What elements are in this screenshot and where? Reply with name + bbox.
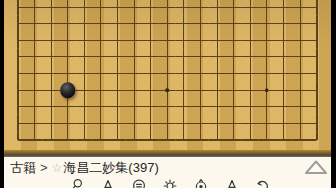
intersection[interactable] bbox=[192, 132, 209, 149]
intersection[interactable] bbox=[176, 115, 193, 132]
intersection[interactable] bbox=[76, 49, 93, 66]
intersection[interactable] bbox=[43, 132, 60, 149]
intersection[interactable] bbox=[59, 115, 76, 132]
intersection[interactable] bbox=[76, 115, 93, 132]
intersection[interactable] bbox=[308, 65, 325, 82]
intersection[interactable] bbox=[26, 98, 43, 115]
intersection[interactable] bbox=[308, 82, 325, 99]
intersection[interactable] bbox=[43, 49, 60, 66]
intersection[interactable] bbox=[109, 82, 126, 99]
breadcrumb-category[interactable]: 古籍 bbox=[10, 160, 36, 175]
intersection[interactable] bbox=[126, 49, 143, 66]
intersection[interactable] bbox=[292, 16, 309, 33]
intersection[interactable] bbox=[76, 65, 93, 82]
intersection[interactable] bbox=[225, 115, 242, 132]
intersection[interactable] bbox=[43, 16, 60, 33]
intersection[interactable] bbox=[43, 98, 60, 115]
intersection[interactable] bbox=[10, 115, 27, 132]
intersection[interactable] bbox=[176, 32, 193, 49]
settings-gear-icon[interactable] bbox=[163, 178, 177, 188]
intersection[interactable] bbox=[259, 65, 276, 82]
intersection[interactable] bbox=[93, 49, 110, 66]
intersection[interactable] bbox=[59, 16, 76, 33]
intersection[interactable] bbox=[192, 115, 209, 132]
intersection[interactable] bbox=[159, 98, 176, 115]
intersection[interactable] bbox=[259, 16, 276, 33]
intersection[interactable] bbox=[159, 0, 176, 16]
intersection[interactable] bbox=[275, 98, 292, 115]
intersection[interactable] bbox=[209, 65, 226, 82]
intersection[interactable] bbox=[292, 49, 309, 66]
intersection[interactable] bbox=[93, 16, 110, 33]
search-icon[interactable] bbox=[70, 178, 84, 188]
intersection[interactable] bbox=[242, 132, 259, 149]
intersection[interactable] bbox=[308, 0, 325, 16]
intersection[interactable] bbox=[126, 32, 143, 49]
intersection[interactable] bbox=[159, 132, 176, 149]
intersection[interactable] bbox=[10, 132, 27, 149]
intersection[interactable] bbox=[275, 49, 292, 66]
intersection[interactable] bbox=[76, 98, 93, 115]
intersection[interactable] bbox=[308, 32, 325, 49]
collapse-panel-button[interactable] bbox=[302, 158, 330, 175]
star-point bbox=[166, 88, 170, 92]
intersection[interactable] bbox=[192, 49, 209, 66]
intersection[interactable] bbox=[10, 65, 27, 82]
intersection[interactable] bbox=[26, 32, 43, 49]
intersection[interactable] bbox=[176, 65, 193, 82]
intersection[interactable] bbox=[292, 98, 309, 115]
black-stone bbox=[60, 82, 76, 98]
intersection[interactable] bbox=[259, 49, 276, 66]
intersection[interactable] bbox=[59, 82, 76, 99]
intersection[interactable] bbox=[225, 132, 242, 149]
intersection[interactable] bbox=[43, 115, 60, 132]
intersection[interactable] bbox=[142, 115, 159, 132]
intersection[interactable] bbox=[275, 82, 292, 99]
intersection[interactable] bbox=[26, 115, 43, 132]
intersection[interactable] bbox=[93, 82, 110, 99]
intersection[interactable] bbox=[26, 16, 43, 33]
intersection[interactable] bbox=[126, 65, 143, 82]
intersection[interactable] bbox=[242, 115, 259, 132]
intersection[interactable] bbox=[126, 82, 143, 99]
intersection[interactable] bbox=[176, 82, 193, 99]
intersection[interactable] bbox=[126, 132, 143, 149]
intersection[interactable] bbox=[225, 49, 242, 66]
intersection[interactable] bbox=[259, 32, 276, 49]
intersection[interactable] bbox=[59, 49, 76, 66]
intersection[interactable] bbox=[225, 16, 242, 33]
intersection[interactable] bbox=[159, 16, 176, 33]
intersection[interactable] bbox=[292, 32, 309, 49]
intersection[interactable] bbox=[209, 98, 226, 115]
intersection[interactable] bbox=[308, 115, 325, 132]
breadcrumb-separator: > bbox=[40, 160, 48, 175]
intersection[interactable] bbox=[142, 132, 159, 149]
intersection[interactable] bbox=[308, 98, 325, 115]
intersection[interactable] bbox=[142, 82, 159, 99]
intersection[interactable] bbox=[10, 82, 27, 99]
breadcrumb[interactable]: 古籍>☆海昌二妙集(397) bbox=[10, 159, 159, 176]
intersection[interactable] bbox=[275, 0, 292, 16]
intersection[interactable] bbox=[93, 0, 110, 16]
intersection[interactable] bbox=[159, 65, 176, 82]
intersection[interactable] bbox=[308, 132, 325, 149]
intersection[interactable] bbox=[76, 32, 93, 49]
intersection[interactable] bbox=[126, 16, 143, 33]
intersection[interactable] bbox=[209, 115, 226, 132]
toolbar bbox=[70, 178, 270, 188]
intersection[interactable] bbox=[209, 132, 226, 149]
intersection[interactable] bbox=[76, 0, 93, 16]
intersection[interactable] bbox=[275, 32, 292, 49]
intersection[interactable] bbox=[43, 82, 60, 99]
intersection[interactable] bbox=[59, 98, 76, 115]
intersection[interactable] bbox=[93, 65, 110, 82]
intersection[interactable] bbox=[10, 49, 27, 66]
breadcrumb-title[interactable]: 海昌二妙集(397) bbox=[63, 160, 158, 175]
intersection[interactable] bbox=[192, 98, 209, 115]
intersection[interactable] bbox=[142, 32, 159, 49]
intersection[interactable] bbox=[109, 32, 126, 49]
intersection[interactable] bbox=[292, 115, 309, 132]
intersection[interactable] bbox=[10, 32, 27, 49]
star-point bbox=[265, 88, 269, 92]
intersection[interactable] bbox=[109, 132, 126, 149]
intersection[interactable] bbox=[242, 0, 259, 16]
intersection[interactable] bbox=[259, 0, 276, 16]
intersection[interactable] bbox=[126, 98, 143, 115]
intersection[interactable] bbox=[10, 16, 27, 33]
badge-circle-icon[interactable] bbox=[132, 178, 146, 188]
intersection[interactable] bbox=[209, 16, 226, 33]
intersection[interactable] bbox=[192, 0, 209, 16]
intersection[interactable] bbox=[292, 65, 309, 82]
intersection[interactable] bbox=[292, 82, 309, 99]
intersection[interactable] bbox=[176, 0, 193, 16]
intersection[interactable] bbox=[26, 0, 43, 16]
intersection[interactable] bbox=[93, 132, 110, 149]
intersection[interactable] bbox=[225, 65, 242, 82]
intersection[interactable] bbox=[59, 132, 76, 149]
intersection[interactable] bbox=[259, 132, 276, 149]
intersection[interactable] bbox=[159, 49, 176, 66]
intersection[interactable] bbox=[176, 132, 193, 149]
intersection[interactable] bbox=[225, 82, 242, 99]
undo-arrow-icon[interactable] bbox=[256, 178, 270, 188]
intersection[interactable] bbox=[159, 32, 176, 49]
intersection[interactable] bbox=[192, 16, 209, 33]
intersection[interactable] bbox=[43, 0, 60, 16]
intersection[interactable] bbox=[242, 32, 259, 49]
intersection[interactable] bbox=[209, 32, 226, 49]
intersection[interactable] bbox=[109, 16, 126, 33]
intersection[interactable] bbox=[59, 0, 76, 16]
intersection[interactable] bbox=[59, 65, 76, 82]
intersection[interactable] bbox=[109, 65, 126, 82]
compass-icon[interactable] bbox=[194, 178, 208, 188]
intersection[interactable] bbox=[209, 49, 226, 66]
intersection[interactable] bbox=[26, 82, 43, 99]
intersection[interactable] bbox=[242, 16, 259, 33]
intersection[interactable] bbox=[126, 115, 143, 132]
intersection[interactable] bbox=[192, 65, 209, 82]
intersection[interactable] bbox=[93, 115, 110, 132]
intersection[interactable] bbox=[209, 0, 226, 16]
intersection[interactable] bbox=[26, 132, 43, 149]
intersection[interactable] bbox=[93, 32, 110, 49]
intersection[interactable] bbox=[126, 0, 143, 16]
go-grid bbox=[10, 0, 325, 148]
intersection[interactable] bbox=[192, 32, 209, 49]
intersection[interactable] bbox=[259, 115, 276, 132]
go-board bbox=[4, 0, 331, 150]
intersection[interactable] bbox=[109, 49, 126, 66]
intersection[interactable] bbox=[209, 82, 226, 99]
favorite-star-icon[interactable]: ☆ bbox=[52, 161, 63, 175]
intersection[interactable] bbox=[242, 49, 259, 66]
intersection[interactable] bbox=[93, 98, 110, 115]
intersection[interactable] bbox=[225, 32, 242, 49]
intersection[interactable] bbox=[275, 132, 292, 149]
chevron-up-icon bbox=[302, 163, 330, 178]
intersection[interactable] bbox=[142, 0, 159, 16]
letter-a-icon[interactable] bbox=[101, 178, 115, 188]
intersection[interactable] bbox=[109, 98, 126, 115]
intersection[interactable] bbox=[242, 98, 259, 115]
intersection[interactable] bbox=[176, 98, 193, 115]
intersection[interactable] bbox=[275, 115, 292, 132]
intersection[interactable] bbox=[76, 132, 93, 149]
intersection[interactable] bbox=[142, 16, 159, 33]
intersection[interactable] bbox=[159, 115, 176, 132]
intersection[interactable] bbox=[176, 16, 193, 33]
intersection[interactable] bbox=[242, 82, 259, 99]
intersection[interactable] bbox=[292, 0, 309, 16]
intersection[interactable] bbox=[43, 65, 60, 82]
intersection[interactable] bbox=[225, 0, 242, 16]
intersection[interactable] bbox=[76, 16, 93, 33]
intersection[interactable] bbox=[59, 32, 76, 49]
intersection[interactable] bbox=[192, 82, 209, 99]
intersection[interactable] bbox=[275, 65, 292, 82]
intersection[interactable] bbox=[142, 98, 159, 115]
intersection[interactable] bbox=[76, 82, 93, 99]
letter-a-2-icon[interactable] bbox=[225, 178, 239, 188]
intersection[interactable] bbox=[10, 0, 27, 16]
intersection[interactable] bbox=[26, 49, 43, 66]
intersection[interactable] bbox=[26, 65, 43, 82]
intersection[interactable] bbox=[109, 0, 126, 16]
board-edge-shadow bbox=[4, 150, 331, 157]
intersection[interactable] bbox=[159, 82, 176, 99]
intersection[interactable] bbox=[176, 49, 193, 66]
intersection[interactable] bbox=[242, 65, 259, 82]
intersection[interactable] bbox=[292, 132, 309, 149]
intersection[interactable] bbox=[259, 98, 276, 115]
intersection[interactable] bbox=[225, 98, 242, 115]
intersection[interactable] bbox=[43, 32, 60, 49]
intersection[interactable] bbox=[308, 49, 325, 66]
bottom-panel: 古籍>☆海昌二妙集(397) bbox=[4, 157, 331, 188]
intersection[interactable] bbox=[308, 16, 325, 33]
intersection[interactable] bbox=[275, 16, 292, 33]
intersection[interactable] bbox=[10, 98, 27, 115]
intersection[interactable] bbox=[142, 65, 159, 82]
intersection[interactable] bbox=[259, 82, 276, 99]
intersection[interactable] bbox=[109, 115, 126, 132]
intersection[interactable] bbox=[142, 49, 159, 66]
